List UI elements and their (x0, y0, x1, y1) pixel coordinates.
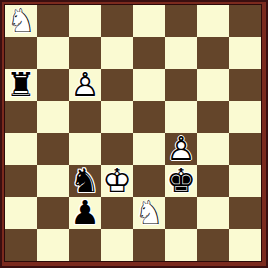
white-knight[interactable]: ♞♘ (5, 5, 37, 37)
square-a4[interactable] (5, 133, 37, 165)
square-f1[interactable] (165, 229, 197, 261)
square-h2[interactable] (229, 197, 261, 229)
white-pawn-icon: ♙ (69, 69, 101, 101)
black-king-icon: ♚ (165, 165, 197, 197)
square-e2[interactable]: ♞♘ (133, 197, 165, 229)
black-rook-icon: ♜ (5, 69, 37, 101)
square-h3[interactable] (229, 165, 261, 197)
black-rook[interactable]: ♜ (5, 69, 37, 101)
square-a2[interactable] (5, 197, 37, 229)
square-a8[interactable]: ♞♘ (5, 5, 37, 37)
black-pawn[interactable]: ♟ (69, 197, 101, 229)
square-g6[interactable] (197, 69, 229, 101)
square-d7[interactable] (101, 37, 133, 69)
square-g5[interactable] (197, 101, 229, 133)
square-d2[interactable] (101, 197, 133, 229)
square-a3[interactable] (5, 165, 37, 197)
square-d3[interactable]: ♚♔ (101, 165, 133, 197)
white-knight-icon: ♘ (5, 5, 37, 37)
square-d6[interactable] (101, 69, 133, 101)
white-knight-icon: ♘ (133, 197, 165, 229)
square-f2[interactable] (165, 197, 197, 229)
square-b4[interactable] (37, 133, 69, 165)
square-h8[interactable] (229, 5, 261, 37)
square-a6[interactable]: ♜ (5, 69, 37, 101)
square-c1[interactable] (69, 229, 101, 261)
square-b2[interactable] (37, 197, 69, 229)
square-g2[interactable] (197, 197, 229, 229)
square-a5[interactable] (5, 101, 37, 133)
square-f7[interactable] (165, 37, 197, 69)
square-c8[interactable] (69, 5, 101, 37)
square-g1[interactable] (197, 229, 229, 261)
chess-board-frame: ♞♘♜♟♙♟♙♞♚♔♚♟♞♘ (0, 0, 268, 268)
square-h6[interactable] (229, 69, 261, 101)
square-h1[interactable] (229, 229, 261, 261)
square-c2[interactable]: ♟ (69, 197, 101, 229)
square-c6[interactable]: ♟♙ (69, 69, 101, 101)
chess-board: ♞♘♜♟♙♟♙♞♚♔♚♟♞♘ (4, 4, 262, 262)
square-g4[interactable] (197, 133, 229, 165)
square-f6[interactable] (165, 69, 197, 101)
square-g3[interactable] (197, 165, 229, 197)
black-pawn-icon: ♟ (69, 197, 101, 229)
white-knight[interactable]: ♞♘ (133, 197, 165, 229)
square-d5[interactable] (101, 101, 133, 133)
square-a1[interactable] (5, 229, 37, 261)
square-b7[interactable] (37, 37, 69, 69)
square-e8[interactable] (133, 5, 165, 37)
square-b6[interactable] (37, 69, 69, 101)
square-b3[interactable] (37, 165, 69, 197)
black-king[interactable]: ♚ (165, 165, 197, 197)
square-e5[interactable] (133, 101, 165, 133)
square-h7[interactable] (229, 37, 261, 69)
square-c5[interactable] (69, 101, 101, 133)
square-h5[interactable] (229, 101, 261, 133)
square-e1[interactable] (133, 229, 165, 261)
square-f3[interactable]: ♚ (165, 165, 197, 197)
white-king-icon: ♔ (101, 165, 133, 197)
square-d1[interactable] (101, 229, 133, 261)
square-b1[interactable] (37, 229, 69, 261)
square-g8[interactable] (197, 5, 229, 37)
square-b5[interactable] (37, 101, 69, 133)
square-d8[interactable] (101, 5, 133, 37)
white-pawn[interactable]: ♟♙ (69, 69, 101, 101)
square-e6[interactable] (133, 69, 165, 101)
square-f8[interactable] (165, 5, 197, 37)
white-king[interactable]: ♚♔ (101, 165, 133, 197)
square-e7[interactable] (133, 37, 165, 69)
square-g7[interactable] (197, 37, 229, 69)
square-h4[interactable] (229, 133, 261, 165)
square-e4[interactable] (133, 133, 165, 165)
square-b8[interactable] (37, 5, 69, 37)
